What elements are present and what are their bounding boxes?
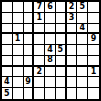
sudoku-cell-r8c5-empty[interactable]	[45, 77, 56, 88]
sudoku-cell-r7c3-empty[interactable]	[24, 67, 35, 78]
sudoku-cell-r5c4-empty[interactable]	[34, 45, 45, 56]
sudoku-cell-r1c5-given[interactable]: 6	[45, 2, 56, 13]
sudoku-cell-r7c9-given[interactable]: 1	[88, 67, 99, 78]
sudoku-cell-r2c3-empty[interactable]	[24, 13, 35, 24]
sudoku-cell-r4c7-empty[interactable]	[67, 34, 78, 45]
sudoku-cell-r8c2-empty[interactable]	[13, 77, 24, 88]
sudoku-cell-r8c8-empty[interactable]	[77, 77, 88, 88]
sudoku-cell-r3c1-empty[interactable]	[2, 24, 13, 35]
sudoku-cell-r5c3-empty[interactable]	[24, 45, 35, 56]
sudoku-cell-r6c4-empty[interactable]	[34, 56, 45, 67]
sudoku-cell-r4c5-empty[interactable]	[45, 34, 56, 45]
sudoku-cell-r9c7-empty[interactable]	[67, 88, 78, 99]
sudoku-cell-r2c8-empty[interactable]	[77, 13, 88, 24]
sudoku-cell-r1c6-empty[interactable]	[56, 2, 67, 13]
sudoku-cell-r8c4-empty[interactable]	[34, 77, 45, 88]
sudoku-cell-r6c6-empty[interactable]	[56, 56, 67, 67]
sudoku-cell-r1c2-empty[interactable]	[13, 2, 24, 13]
sudoku-cell-r4c8-empty[interactable]	[77, 34, 88, 45]
sudoku-cell-r6c9-empty[interactable]	[88, 56, 99, 67]
sudoku-cell-r3c4-empty[interactable]	[34, 24, 45, 35]
sudoku-cell-r8c6-empty[interactable]	[56, 77, 67, 88]
sudoku-cell-r8c1-given[interactable]: 4	[2, 77, 13, 88]
sudoku-cell-r9c1-given[interactable]: 5	[2, 88, 13, 99]
sudoku-cell-r2c9-empty[interactable]	[88, 13, 99, 24]
sudoku-cell-r1c8-given[interactable]: 5	[77, 2, 88, 13]
sudoku-cell-r6c7-empty[interactable]	[67, 56, 78, 67]
sudoku-cell-r6c8-empty[interactable]	[77, 56, 88, 67]
sudoku-cell-r9c2-empty[interactable]	[13, 88, 24, 99]
sudoku-cell-r6c3-empty[interactable]	[24, 56, 35, 67]
sudoku-cell-r5c1-empty[interactable]	[2, 45, 13, 56]
sudoku-cell-r7c7-empty[interactable]	[67, 67, 78, 78]
sudoku-cell-r2c4-given[interactable]: 1	[34, 13, 45, 24]
sudoku-cell-r3c5-empty[interactable]	[45, 24, 56, 35]
sudoku-cell-r8c9-empty[interactable]	[88, 77, 99, 88]
sudoku-cell-r2c1-empty[interactable]	[2, 13, 13, 24]
sudoku-cell-r9c5-empty[interactable]	[45, 88, 56, 99]
sudoku-cell-r7c2-empty[interactable]	[13, 67, 24, 78]
sudoku-cell-r6c5-given[interactable]: 8	[45, 56, 56, 67]
sudoku-cell-r7c1-empty[interactable]	[2, 67, 13, 78]
sudoku-cell-r7c4-given[interactable]: 2	[34, 67, 45, 78]
sudoku-cell-r3c8-given[interactable]: 4	[77, 24, 88, 35]
sudoku-cell-r7c8-empty[interactable]	[77, 67, 88, 78]
sudoku-cell-r7c5-empty[interactable]	[45, 67, 56, 78]
sudoku-cell-r8c7-empty[interactable]	[67, 77, 78, 88]
sudoku-cell-r2c2-empty[interactable]	[13, 13, 24, 24]
sudoku-cell-r4c3-empty[interactable]	[24, 34, 35, 45]
sudoku-cell-r5c7-empty[interactable]	[67, 45, 78, 56]
sudoku-cell-r1c3-empty[interactable]	[24, 2, 35, 13]
sudoku-cell-r4c6-empty[interactable]	[56, 34, 67, 45]
sudoku-cell-r3c7-empty[interactable]	[67, 24, 78, 35]
sudoku-cell-r5c5-given[interactable]: 4	[45, 45, 56, 56]
sudoku-cell-r2c7-given[interactable]: 3	[67, 13, 78, 24]
sudoku-cell-r6c2-empty[interactable]	[13, 56, 24, 67]
sudoku-cell-r5c2-empty[interactable]	[13, 45, 24, 56]
sudoku-cell-r3c2-empty[interactable]	[13, 24, 24, 35]
sudoku-cell-r1c9-empty[interactable]	[88, 2, 99, 13]
sudoku-cell-r8c3-given[interactable]: 9	[24, 77, 35, 88]
sudoku-cell-r9c6-empty[interactable]	[56, 88, 67, 99]
sudoku-cell-r4c1-empty[interactable]	[2, 34, 13, 45]
sudoku-cell-r4c4-empty[interactable]	[34, 34, 45, 45]
sudoku-cell-r7c6-empty[interactable]	[56, 67, 67, 78]
sudoku-cell-r1c7-given[interactable]: 2	[67, 2, 78, 13]
sudoku-cell-r6c1-empty[interactable]	[2, 56, 13, 67]
sudoku-cell-r5c6-given[interactable]: 5	[56, 45, 67, 56]
sudoku-cell-r3c6-empty[interactable]	[56, 24, 67, 35]
sudoku-cell-r9c4-empty[interactable]	[34, 88, 45, 99]
sudoku-cell-r9c9-empty[interactable]	[88, 88, 99, 99]
sudoku-cell-r9c3-empty[interactable]	[24, 88, 35, 99]
sudoku-cell-r4c2-given[interactable]: 1	[13, 34, 24, 45]
sudoku-cell-r1c4-given[interactable]: 7	[34, 2, 45, 13]
sudoku-cell-r2c6-empty[interactable]	[56, 13, 67, 24]
sudoku-cell-r1c1-empty[interactable]	[2, 2, 13, 13]
sudoku-cell-r5c9-empty[interactable]	[88, 45, 99, 56]
sudoku-cell-r4c9-given[interactable]: 9	[88, 34, 99, 45]
sudoku-board: 76251341945821495	[0, 0, 101, 101]
sudoku-cell-r5c8-empty[interactable]	[77, 45, 88, 56]
sudoku-cell-r9c8-empty[interactable]	[77, 88, 88, 99]
sudoku-cell-r3c3-empty[interactable]	[24, 24, 35, 35]
sudoku-cell-r2c5-empty[interactable]	[45, 13, 56, 24]
sudoku-cell-r3c9-empty[interactable]	[88, 24, 99, 35]
